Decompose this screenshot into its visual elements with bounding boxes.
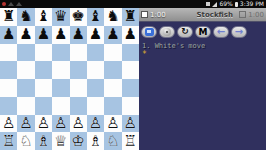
square-c4[interactable] xyxy=(35,79,52,97)
white-rook: ♖ xyxy=(2,134,15,149)
white-knight: ♘ xyxy=(106,134,119,149)
engine-panel: 1:00 Stockfish 1:00 ↻ M ← → 1. White's m… xyxy=(139,8,266,150)
square-g6[interactable] xyxy=(104,44,121,62)
square-h2[interactable]: ♙ xyxy=(122,115,139,133)
black-clock-time: 1:00 xyxy=(248,11,264,19)
engine-name: Stockfish xyxy=(190,11,239,19)
status-bar: 69% 3:39 PM xyxy=(0,0,266,8)
move-now-button[interactable]: M xyxy=(195,26,211,38)
black-pawn: ♟ xyxy=(124,27,137,42)
screenshot-icon xyxy=(206,2,210,6)
square-b8[interactable]: ♞ xyxy=(17,8,34,26)
square-g2[interactable]: ♙ xyxy=(104,115,121,133)
square-f7[interactable]: ♟ xyxy=(87,26,104,44)
square-a4[interactable] xyxy=(0,79,17,97)
square-g1[interactable]: ♘ xyxy=(104,132,121,150)
white-queen: ♕ xyxy=(54,134,67,149)
black-pawn: ♟ xyxy=(19,27,32,42)
black-pawn: ♟ xyxy=(37,27,50,42)
white-pawn: ♙ xyxy=(106,116,119,131)
square-f1[interactable]: ♗ xyxy=(87,132,104,150)
square-a3[interactable] xyxy=(0,97,17,115)
black-king: ♚ xyxy=(71,9,84,24)
board-icon xyxy=(145,28,154,36)
square-h1[interactable]: ♖ xyxy=(122,132,139,150)
square-f4[interactable] xyxy=(87,79,104,97)
black-bishop: ♝ xyxy=(89,9,102,24)
black-pawn: ♟ xyxy=(54,27,67,42)
square-g5[interactable] xyxy=(104,61,121,79)
square-a2[interactable]: ♙ xyxy=(0,115,17,133)
white-bishop: ♗ xyxy=(89,134,102,149)
white-pawn: ♙ xyxy=(54,116,67,131)
white-pawn: ♙ xyxy=(19,116,32,131)
battery-icon xyxy=(235,2,238,7)
square-b5[interactable] xyxy=(17,61,34,79)
black-knight: ♞ xyxy=(19,9,32,24)
white-pawn: ♙ xyxy=(124,116,137,131)
clock-time: 3:39 PM xyxy=(240,0,264,8)
toolbar: ↻ M ← → xyxy=(139,22,266,40)
signal-icon xyxy=(212,2,217,7)
white-pawn: ♙ xyxy=(71,116,84,131)
square-c2[interactable]: ♙ xyxy=(35,115,52,133)
notification-area xyxy=(0,2,206,6)
new-game-button[interactable] xyxy=(141,26,157,38)
undo-move-button[interactable]: ← xyxy=(213,26,229,38)
battery-percent: 69% xyxy=(219,0,232,8)
square-e8[interactable]: ♚ xyxy=(70,8,87,26)
move-now-label: M xyxy=(199,27,208,37)
square-f3[interactable] xyxy=(87,97,104,115)
square-f5[interactable] xyxy=(87,61,104,79)
black-bishop: ♝ xyxy=(37,9,50,24)
square-g7[interactable]: ♟ xyxy=(104,26,121,44)
white-clock-time: 1:00 xyxy=(150,11,166,19)
die-icon xyxy=(163,28,171,36)
white-bishop: ♗ xyxy=(37,134,50,149)
white-pawn: ♙ xyxy=(37,116,50,131)
white-king: ♔ xyxy=(71,134,84,149)
square-b3[interactable] xyxy=(17,97,34,115)
rotate-icon: ↻ xyxy=(181,27,189,36)
black-knight: ♞ xyxy=(106,9,119,24)
square-d7[interactable]: ♟ xyxy=(52,26,69,44)
square-g8[interactable]: ♞ xyxy=(104,8,121,26)
square-f2[interactable]: ♙ xyxy=(87,115,104,133)
redo-move-button[interactable]: → xyxy=(231,26,247,38)
square-e6[interactable] xyxy=(70,44,87,62)
square-a7[interactable]: ♟ xyxy=(0,26,17,44)
square-b4[interactable] xyxy=(17,79,34,97)
square-b1[interactable]: ♘ xyxy=(17,132,34,150)
square-d6[interactable] xyxy=(52,44,69,62)
square-c6[interactable] xyxy=(35,44,52,62)
square-d1[interactable]: ♕ xyxy=(52,132,69,150)
white-pawn: ♙ xyxy=(2,116,15,131)
square-c7[interactable]: ♟ xyxy=(35,26,52,44)
square-h8[interactable]: ♜ xyxy=(122,8,139,26)
square-c3[interactable] xyxy=(35,97,52,115)
square-a8[interactable]: ♜ xyxy=(0,8,17,26)
square-a5[interactable] xyxy=(0,61,17,79)
square-d5[interactable] xyxy=(52,61,69,79)
square-e2[interactable]: ♙ xyxy=(70,115,87,133)
square-h6[interactable] xyxy=(122,44,139,62)
options-button[interactable] xyxy=(159,26,175,38)
black-pawn: ♟ xyxy=(2,27,15,42)
black-clock: 1:00 xyxy=(239,11,264,19)
chess-board[interactable]: ♜♞♝♛♚♝♞♜♟♟♟♟♟♟♟♟♙♙♙♙♙♙♙♙♖♘♗♕♔♗♘♖ xyxy=(0,8,139,150)
notification-triangle-icon xyxy=(16,2,22,6)
square-e4[interactable] xyxy=(70,79,87,97)
square-d4[interactable] xyxy=(52,79,69,97)
square-f6[interactable] xyxy=(87,44,104,62)
square-a6[interactable] xyxy=(0,44,17,62)
black-square-icon xyxy=(239,11,246,18)
square-b2[interactable]: ♙ xyxy=(17,115,34,133)
square-h7[interactable]: ♟ xyxy=(122,26,139,44)
square-g3[interactable] xyxy=(104,97,121,115)
square-e1[interactable]: ♔ xyxy=(70,132,87,150)
notification-dot-icon xyxy=(2,2,6,6)
black-rook: ♜ xyxy=(124,9,137,24)
move-status-text: 1. White's move xyxy=(142,42,263,50)
flip-board-button[interactable]: ↻ xyxy=(177,26,193,38)
white-pawn: ♙ xyxy=(89,116,102,131)
black-queen: ♛ xyxy=(54,9,67,24)
black-pawn: ♟ xyxy=(71,27,84,42)
square-b6[interactable] xyxy=(17,44,34,62)
status-indicators: 69% 3:39 PM xyxy=(206,0,266,8)
black-pawn: ♟ xyxy=(106,27,119,42)
square-h4[interactable] xyxy=(122,79,139,97)
square-d8[interactable]: ♛ xyxy=(52,8,69,26)
square-f8[interactable]: ♝ xyxy=(87,8,104,26)
square-h3[interactable] xyxy=(122,97,139,115)
square-c1[interactable]: ♗ xyxy=(35,132,52,150)
white-rook: ♖ xyxy=(124,134,137,149)
square-g4[interactable] xyxy=(104,79,121,97)
right-arrow-icon: → xyxy=(235,27,243,37)
square-e3[interactable] xyxy=(70,97,87,115)
white-square-icon xyxy=(141,11,148,18)
left-arrow-icon: ← xyxy=(217,27,225,37)
square-d2[interactable]: ♙ xyxy=(52,115,69,133)
clock-bar: 1:00 Stockfish 1:00 xyxy=(139,8,266,22)
square-e5[interactable] xyxy=(70,61,87,79)
move-list: 1. White's move * xyxy=(139,40,266,61)
black-rook: ♜ xyxy=(2,9,15,24)
black-pawn: ♟ xyxy=(89,27,102,42)
white-knight: ♘ xyxy=(19,134,32,149)
notification-triangle-icon xyxy=(8,2,14,6)
square-h5[interactable] xyxy=(122,61,139,79)
square-a1[interactable]: ♖ xyxy=(0,132,17,150)
square-b7[interactable]: ♟ xyxy=(17,26,34,44)
square-c8[interactable]: ♝ xyxy=(35,8,52,26)
square-c5[interactable] xyxy=(35,61,52,79)
square-e7[interactable]: ♟ xyxy=(70,26,87,44)
square-d3[interactable] xyxy=(52,97,69,115)
white-clock: 1:00 xyxy=(141,11,190,19)
move-cursor: * xyxy=(142,51,263,59)
